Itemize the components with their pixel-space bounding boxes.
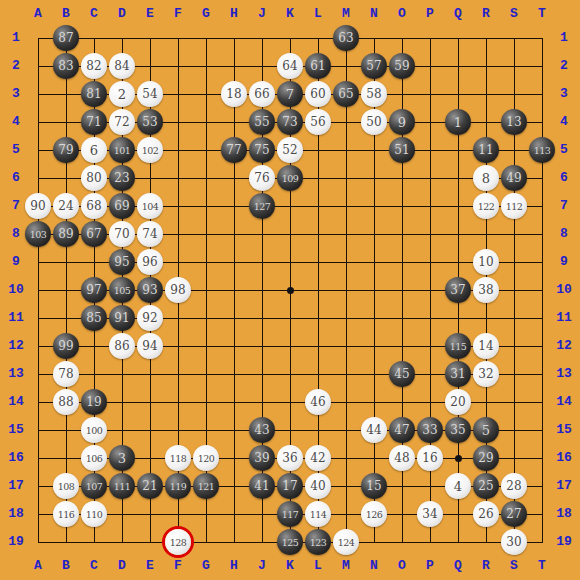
move-number: 11 <box>478 143 493 157</box>
column-label-S: S <box>500 1 528 27</box>
stone-118: 118 <box>165 445 191 471</box>
stone-71: 71 <box>81 109 107 135</box>
stone-127: 127 <box>249 193 275 219</box>
stone-121: 121 <box>193 473 219 499</box>
column-label-S: S <box>500 553 528 579</box>
stone-81: 81 <box>81 81 107 107</box>
row-label-2: 2 <box>0 53 32 79</box>
stone-50: 50 <box>361 109 387 135</box>
move-number: 107 <box>86 481 103 492</box>
row-label-19: 19 <box>0 529 32 555</box>
move-number: 49 <box>506 171 521 185</box>
stone-87: 87 <box>53 25 79 51</box>
stone-102: 102 <box>137 137 163 163</box>
move-number: 77 <box>226 143 241 157</box>
move-number: 50 <box>366 115 381 129</box>
stone-72: 72 <box>109 109 135 135</box>
stone-122: 122 <box>473 193 499 219</box>
stone-5: 5 <box>473 417 499 443</box>
move-number: 89 <box>58 227 73 241</box>
stone-6: 6 <box>81 137 107 163</box>
stone-49: 49 <box>501 165 527 191</box>
move-number: 52 <box>282 143 297 157</box>
move-number: 1 <box>454 115 462 130</box>
move-number: 96 <box>142 255 157 269</box>
move-number: 87 <box>58 31 73 45</box>
stone-55: 55 <box>249 109 275 135</box>
move-number: 102 <box>142 145 159 156</box>
stone-101: 101 <box>109 137 135 163</box>
stone-17: 17 <box>277 473 303 499</box>
stone-92: 92 <box>137 305 163 331</box>
column-label-T: T <box>528 553 556 579</box>
move-number: 13 <box>506 115 521 129</box>
row-label-5: 5 <box>0 137 32 163</box>
stone-25: 25 <box>473 473 499 499</box>
move-number: 72 <box>114 115 129 129</box>
move-number: 98 <box>170 283 185 297</box>
move-number: 66 <box>254 87 269 101</box>
move-number: 45 <box>394 367 409 381</box>
move-number: 119 <box>170 481 187 492</box>
stone-10: 10 <box>473 249 499 275</box>
move-number: 86 <box>114 339 129 353</box>
move-number: 114 <box>310 509 327 520</box>
stone-77: 77 <box>221 137 247 163</box>
stone-98: 98 <box>165 277 191 303</box>
column-label-E: E <box>136 1 164 27</box>
star-point-Q16 <box>455 455 462 462</box>
move-number: 63 <box>338 31 353 45</box>
move-number: 81 <box>86 87 101 101</box>
stone-44: 44 <box>361 417 387 443</box>
stone-112: 112 <box>501 193 527 219</box>
stone-16: 16 <box>417 445 443 471</box>
move-number: 70 <box>114 227 129 241</box>
move-number: 9 <box>398 115 406 130</box>
column-label-H: H <box>220 1 248 27</box>
move-number: 59 <box>394 59 409 73</box>
column-label-G: G <box>192 1 220 27</box>
column-label-M: M <box>332 1 360 27</box>
stone-119: 119 <box>165 473 191 499</box>
move-number: 18 <box>226 87 241 101</box>
stone-34: 34 <box>417 501 443 527</box>
stone-19: 19 <box>81 389 107 415</box>
move-number: 20 <box>450 395 465 409</box>
move-number: 19 <box>86 395 101 409</box>
move-number: 80 <box>86 171 101 185</box>
row-label-7: 7 <box>548 193 580 219</box>
move-number: 71 <box>86 115 101 129</box>
move-number: 30 <box>506 535 521 549</box>
column-label-O: O <box>388 1 416 27</box>
stone-91: 91 <box>109 305 135 331</box>
stone-21: 21 <box>137 473 163 499</box>
stone-40: 40 <box>305 473 331 499</box>
move-number: 17 <box>282 479 297 493</box>
column-label-R: R <box>472 1 500 27</box>
stone-109: 109 <box>277 165 303 191</box>
move-number: 115 <box>450 341 467 352</box>
move-number: 79 <box>58 143 73 157</box>
row-label-3: 3 <box>548 81 580 107</box>
move-number: 15 <box>366 479 381 493</box>
stone-67: 67 <box>81 221 107 247</box>
move-number: 110 <box>86 509 103 520</box>
move-number: 126 <box>366 509 383 520</box>
stone-79: 79 <box>53 137 79 163</box>
move-number: 69 <box>114 199 129 213</box>
column-label-N: N <box>360 1 388 27</box>
stone-82: 82 <box>81 53 107 79</box>
stone-110: 110 <box>81 501 107 527</box>
stone-124: 124 <box>333 529 359 555</box>
row-label-14: 14 <box>548 389 580 415</box>
stone-76: 76 <box>249 165 275 191</box>
column-label-T: T <box>528 1 556 27</box>
stone-115: 115 <box>445 333 471 359</box>
move-number: 10 <box>478 255 493 269</box>
move-number: 97 <box>86 283 101 297</box>
stone-94: 94 <box>137 333 163 359</box>
row-label-4: 4 <box>548 109 580 135</box>
move-number: 85 <box>86 311 101 325</box>
move-number: 78 <box>58 367 73 381</box>
move-number: 56 <box>310 115 325 129</box>
stone-86: 86 <box>109 333 135 359</box>
stone-63: 63 <box>333 25 359 51</box>
stone-95: 95 <box>109 249 135 275</box>
stone-64: 64 <box>277 53 303 79</box>
stone-2: 2 <box>109 81 135 107</box>
move-number: 125 <box>282 537 299 548</box>
stone-108: 108 <box>53 473 79 499</box>
stone-60: 60 <box>305 81 331 107</box>
move-number: 8 <box>482 171 490 186</box>
move-number: 76 <box>254 171 269 185</box>
move-number: 60 <box>310 87 325 101</box>
move-number: 25 <box>478 479 493 493</box>
column-label-L: L <box>304 1 332 27</box>
stone-107: 107 <box>81 473 107 499</box>
stone-93: 93 <box>137 277 163 303</box>
stone-27: 27 <box>501 501 527 527</box>
column-label-E: E <box>136 553 164 579</box>
stone-45: 45 <box>389 361 415 387</box>
row-label-9: 9 <box>548 249 580 275</box>
move-number: 65 <box>338 87 353 101</box>
stone-68: 68 <box>81 193 107 219</box>
move-number: 47 <box>394 423 409 437</box>
stone-59: 59 <box>389 53 415 79</box>
stone-33: 33 <box>417 417 443 443</box>
move-number: 100 <box>86 425 103 436</box>
column-label-O: O <box>388 553 416 579</box>
stone-24: 24 <box>53 193 79 219</box>
move-number: 82 <box>86 59 101 73</box>
stone-80: 80 <box>81 165 107 191</box>
stone-96: 96 <box>137 249 163 275</box>
move-number: 23 <box>114 171 129 185</box>
column-label-R: R <box>472 553 500 579</box>
column-label-K: K <box>276 1 304 27</box>
stone-52: 52 <box>277 137 303 163</box>
row-label-13: 13 <box>548 361 580 387</box>
move-number: 7 <box>286 87 294 102</box>
stone-128-last-move: 128 <box>165 529 191 555</box>
move-number: 34 <box>422 507 437 521</box>
stone-103: 103 <box>25 221 51 247</box>
stone-28: 28 <box>501 473 527 499</box>
column-label-P: P <box>416 1 444 27</box>
move-number: 103 <box>30 229 47 240</box>
stone-8: 8 <box>473 165 499 191</box>
stone-36: 36 <box>277 445 303 471</box>
move-number: 123 <box>310 537 327 548</box>
stone-83: 83 <box>53 53 79 79</box>
move-number: 91 <box>114 311 129 325</box>
stone-114: 114 <box>305 501 331 527</box>
row-label-2: 2 <box>548 53 580 79</box>
move-number: 38 <box>478 283 493 297</box>
move-number: 32 <box>478 367 493 381</box>
move-number: 43 <box>254 423 269 437</box>
move-number: 67 <box>86 227 101 241</box>
row-label-11: 11 <box>0 305 32 331</box>
stone-42: 42 <box>305 445 331 471</box>
move-number: 48 <box>394 451 409 465</box>
move-number: 42 <box>310 451 325 465</box>
move-number: 93 <box>142 283 157 297</box>
stone-85: 85 <box>81 305 107 331</box>
row-label-10: 10 <box>548 277 580 303</box>
stone-30: 30 <box>501 529 527 555</box>
move-number: 83 <box>58 59 73 73</box>
move-number: 75 <box>254 143 269 157</box>
row-label-1: 1 <box>0 25 32 51</box>
move-number: 29 <box>478 451 493 465</box>
column-label-C: C <box>80 553 108 579</box>
stone-70: 70 <box>109 221 135 247</box>
column-label-B: B <box>52 1 80 27</box>
move-number: 128 <box>170 537 187 548</box>
move-number: 111 <box>114 481 131 492</box>
move-number: 44 <box>366 423 381 437</box>
move-number: 105 <box>114 285 131 296</box>
column-label-K: K <box>276 553 304 579</box>
column-label-D: D <box>108 1 136 27</box>
column-label-A: A <box>24 553 52 579</box>
row-label-15: 15 <box>548 417 580 443</box>
move-number: 28 <box>506 479 521 493</box>
column-label-D: D <box>108 553 136 579</box>
stone-3: 3 <box>109 445 135 471</box>
move-number: 68 <box>86 199 101 213</box>
stone-46: 46 <box>305 389 331 415</box>
move-number: 6 <box>90 143 98 158</box>
stone-15: 15 <box>361 473 387 499</box>
move-number: 41 <box>254 479 269 493</box>
stone-106: 106 <box>81 445 107 471</box>
stone-88: 88 <box>53 389 79 415</box>
move-number: 40 <box>310 479 325 493</box>
row-label-14: 14 <box>0 389 32 415</box>
stone-105: 105 <box>109 277 135 303</box>
row-label-6: 6 <box>0 165 32 191</box>
stone-125: 125 <box>277 529 303 555</box>
stone-116: 116 <box>53 501 79 527</box>
row-label-13: 13 <box>0 361 32 387</box>
stone-26: 26 <box>473 501 499 527</box>
stone-113: 113 <box>529 137 555 163</box>
row-label-16: 16 <box>0 445 32 471</box>
row-label-9: 9 <box>0 249 32 275</box>
stone-90: 90 <box>25 193 51 219</box>
column-label-F: F <box>164 553 192 579</box>
stone-9: 9 <box>389 109 415 135</box>
column-label-P: P <box>416 553 444 579</box>
stone-58: 58 <box>361 81 387 107</box>
stone-100: 100 <box>81 417 107 443</box>
move-number: 53 <box>142 115 157 129</box>
move-number: 121 <box>198 481 215 492</box>
move-number: 73 <box>282 115 297 129</box>
move-number: 99 <box>58 339 73 353</box>
row-label-17: 17 <box>548 473 580 499</box>
move-number: 120 <box>198 453 215 464</box>
row-label-8: 8 <box>548 221 580 247</box>
row-label-3: 3 <box>0 81 32 107</box>
column-label-M: M <box>332 553 360 579</box>
stone-123: 123 <box>305 529 331 555</box>
column-label-J: J <box>248 553 276 579</box>
move-number: 46 <box>310 395 325 409</box>
move-number: 92 <box>142 311 157 325</box>
column-label-J: J <box>248 1 276 27</box>
stone-74: 74 <box>137 221 163 247</box>
move-number: 51 <box>394 143 409 157</box>
column-label-G: G <box>192 553 220 579</box>
row-label-1: 1 <box>548 25 580 51</box>
move-number: 37 <box>450 283 465 297</box>
go-board[interactable]: AABBCCDDEEFFGGHHJJKKLLMMNNOOPPQQRRSSTT11… <box>0 0 580 580</box>
stone-51: 51 <box>389 137 415 163</box>
row-label-19: 19 <box>548 529 580 555</box>
move-number: 90 <box>30 199 45 213</box>
move-number: 36 <box>282 451 297 465</box>
stone-14: 14 <box>473 333 499 359</box>
move-number: 88 <box>58 395 73 409</box>
stone-66: 66 <box>249 81 275 107</box>
column-label-Q: Q <box>444 1 472 27</box>
stone-1: 1 <box>445 109 471 135</box>
move-number: 116 <box>58 509 75 520</box>
stone-39: 39 <box>249 445 275 471</box>
move-number: 58 <box>366 87 381 101</box>
move-number: 118 <box>170 453 187 464</box>
stone-75: 75 <box>249 137 275 163</box>
move-number: 74 <box>142 227 157 241</box>
stone-11: 11 <box>473 137 499 163</box>
move-number: 117 <box>282 509 299 520</box>
column-label-N: N <box>360 553 388 579</box>
move-number: 3 <box>118 451 126 466</box>
stone-37: 37 <box>445 277 471 303</box>
stone-89: 89 <box>53 221 79 247</box>
row-label-18: 18 <box>0 501 32 527</box>
column-label-L: L <box>304 553 332 579</box>
move-number: 26 <box>478 507 493 521</box>
move-number: 101 <box>114 145 131 156</box>
move-number: 95 <box>114 255 129 269</box>
move-number: 84 <box>114 59 129 73</box>
column-label-A: A <box>24 1 52 27</box>
stone-97: 97 <box>81 277 107 303</box>
stone-84: 84 <box>109 53 135 79</box>
stone-104: 104 <box>137 193 163 219</box>
move-number: 113 <box>534 145 551 156</box>
star-point-K10 <box>287 287 294 294</box>
stone-65: 65 <box>333 81 359 107</box>
column-label-F: F <box>164 1 192 27</box>
stone-32: 32 <box>473 361 499 387</box>
move-number: 35 <box>450 423 465 437</box>
stone-20: 20 <box>445 389 471 415</box>
column-label-B: B <box>52 553 80 579</box>
move-number: 109 <box>282 173 299 184</box>
row-label-12: 12 <box>548 333 580 359</box>
move-number: 54 <box>142 87 157 101</box>
row-label-6: 6 <box>548 165 580 191</box>
stone-78: 78 <box>53 361 79 387</box>
move-number: 33 <box>422 423 437 437</box>
stone-48: 48 <box>389 445 415 471</box>
stone-13: 13 <box>501 109 527 135</box>
row-label-11: 11 <box>548 305 580 331</box>
move-number: 39 <box>254 451 269 465</box>
column-label-Q: Q <box>444 553 472 579</box>
row-label-10: 10 <box>0 277 32 303</box>
move-number: 61 <box>310 59 325 73</box>
stone-31: 31 <box>445 361 471 387</box>
move-number: 31 <box>450 367 465 381</box>
row-label-4: 4 <box>0 109 32 135</box>
row-label-18: 18 <box>548 501 580 527</box>
stone-18: 18 <box>221 81 247 107</box>
column-label-H: H <box>220 553 248 579</box>
move-number: 108 <box>58 481 75 492</box>
stone-120: 120 <box>193 445 219 471</box>
stone-23: 23 <box>109 165 135 191</box>
stone-7: 7 <box>277 81 303 107</box>
stone-35: 35 <box>445 417 471 443</box>
stone-56: 56 <box>305 109 331 135</box>
stone-61: 61 <box>305 53 331 79</box>
column-label-C: C <box>80 1 108 27</box>
move-number: 21 <box>142 479 157 493</box>
stone-43: 43 <box>249 417 275 443</box>
move-number: 24 <box>58 199 73 213</box>
stone-4: 4 <box>445 473 471 499</box>
row-label-17: 17 <box>0 473 32 499</box>
move-number: 5 <box>482 423 490 438</box>
stone-41: 41 <box>249 473 275 499</box>
move-number: 64 <box>282 59 297 73</box>
move-number: 14 <box>478 339 493 353</box>
move-number: 55 <box>254 115 269 129</box>
move-number: 57 <box>366 59 381 73</box>
